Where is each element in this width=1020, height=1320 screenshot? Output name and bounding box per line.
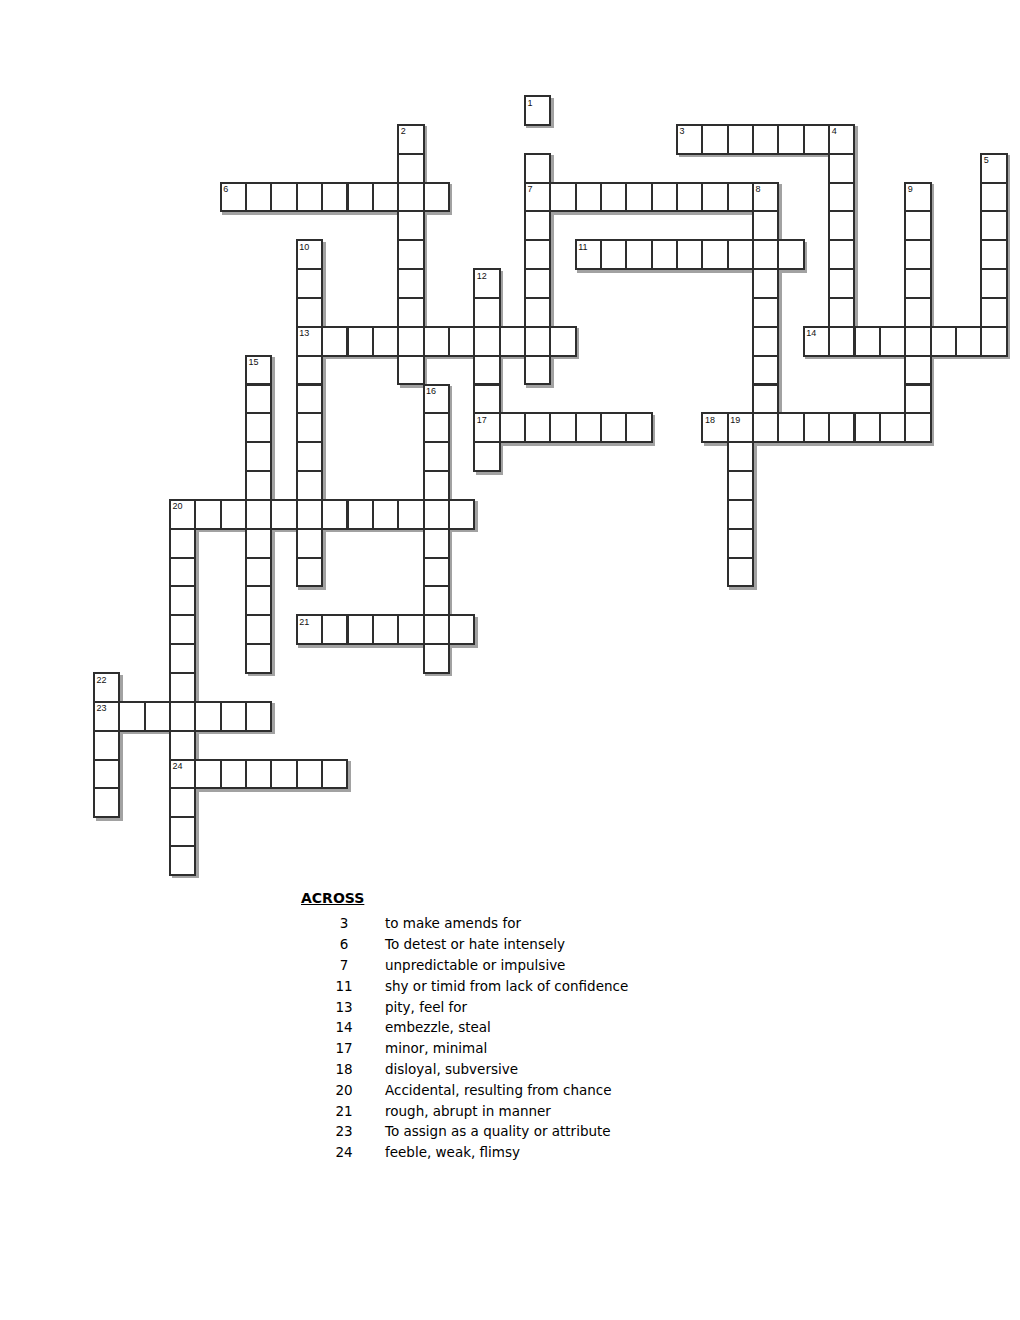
cell-number: 13 <box>299 329 309 338</box>
grid-cell <box>423 557 450 588</box>
cell-number: 24 <box>173 762 183 771</box>
grid-cell <box>955 326 982 357</box>
clue-row: 3to make amends for <box>301 913 628 934</box>
grid-cell <box>904 355 931 386</box>
grid-cell <box>397 297 424 328</box>
grid-cell <box>930 326 957 357</box>
grid-cell <box>752 297 779 328</box>
grid-cell <box>423 614 450 645</box>
cell-number: 14 <box>806 329 816 338</box>
grid-cell <box>549 326 576 357</box>
grid-cell <box>296 182 323 213</box>
grid-cell <box>904 412 931 443</box>
clue-text: pity, feel for <box>385 999 467 1015</box>
grid-cell <box>727 239 754 270</box>
grid-cell <box>397 355 424 386</box>
grid-cell <box>980 297 1007 328</box>
grid-cell <box>321 326 348 357</box>
grid-cell <box>473 441 500 472</box>
clue-text: embezzle, steal <box>385 1019 491 1035</box>
grid-cell <box>828 412 855 443</box>
grid-cell <box>828 268 855 299</box>
clue-list: 3to make amends for6To detest or hate in… <box>301 913 628 1163</box>
grid-cell <box>524 297 551 328</box>
clue-row: 21rough, abrupt in manner <box>301 1100 628 1121</box>
grid-cell <box>524 239 551 270</box>
grid-cell <box>296 470 323 501</box>
grid-cell <box>245 384 272 415</box>
grid-cell <box>473 297 500 328</box>
grid-cell <box>600 412 627 443</box>
grid-cell <box>854 326 881 357</box>
cell-number: 19 <box>730 416 740 425</box>
worksheet-page: 123456789101112131415161718192021222324 … <box>0 0 1020 1320</box>
clue-row: 7unpredictable or impulsive <box>301 955 628 976</box>
grid-cell <box>777 124 804 155</box>
grid-cell <box>296 759 323 790</box>
grid-cell <box>423 412 450 443</box>
grid-cell <box>980 268 1007 299</box>
grid-cell <box>245 412 272 443</box>
grid-cell <box>169 672 196 703</box>
cell-number: 7 <box>527 185 532 194</box>
cell-number: 20 <box>173 502 183 511</box>
clue-number: 6 <box>334 936 354 952</box>
grid-cell <box>118 701 145 732</box>
clue-number: 7 <box>334 957 354 973</box>
grid-cell <box>245 557 272 588</box>
cell-number: 21 <box>299 618 309 627</box>
grid-cell <box>752 210 779 241</box>
grid-cell <box>676 182 703 213</box>
clue-number: 17 <box>334 1040 354 1056</box>
grid-cell <box>651 182 678 213</box>
grid-cell <box>904 239 931 270</box>
grid-cell <box>752 355 779 386</box>
grid-cell <box>220 759 247 790</box>
clue-number: 11 <box>334 978 354 994</box>
cell-number: 22 <box>97 676 107 685</box>
clue-number: 3 <box>334 915 354 931</box>
grid-cell <box>296 268 323 299</box>
grid-cell <box>524 326 551 357</box>
grid-cell <box>321 499 348 530</box>
grid-cell <box>397 210 424 241</box>
grid-cell <box>904 297 931 328</box>
grid-cell <box>347 182 374 213</box>
cell-number: 15 <box>249 358 259 367</box>
grid-cell <box>651 239 678 270</box>
grid-cell <box>980 182 1007 213</box>
grid-cell <box>270 759 297 790</box>
grid-cell <box>600 239 627 270</box>
grid-cell <box>270 182 297 213</box>
grid-cell <box>169 528 196 559</box>
grid-cell <box>904 210 931 241</box>
cell-number: 4 <box>832 127 837 136</box>
grid-cell <box>423 182 450 213</box>
grid-cell <box>245 585 272 616</box>
grid-cell <box>93 730 120 761</box>
grid-cell <box>980 210 1007 241</box>
grid-cell <box>372 499 399 530</box>
grid-cell <box>828 297 855 328</box>
across-heading: ACROSS <box>301 890 628 907</box>
clue-text: rough, abrupt in manner <box>385 1103 551 1119</box>
grid-cell <box>397 153 424 184</box>
clue-number: 18 <box>334 1061 354 1077</box>
clue-row: 13pity, feel for <box>301 996 628 1017</box>
grid-cell <box>524 412 551 443</box>
grid-cell <box>448 499 475 530</box>
grid-cell <box>549 412 576 443</box>
cell-number: 2 <box>401 127 406 136</box>
grid-cell <box>372 182 399 213</box>
grid-cell <box>93 759 120 790</box>
grid-cell <box>347 499 374 530</box>
grid-cell <box>803 124 830 155</box>
grid-cell <box>752 239 779 270</box>
grid-cell <box>904 326 931 357</box>
grid-cell <box>701 182 728 213</box>
clue-number: 14 <box>334 1019 354 1035</box>
cell-number: 11 <box>578 243 587 252</box>
clue-row: 24feeble, weak, flimsy <box>301 1142 628 1163</box>
grid-cell <box>397 614 424 645</box>
grid-cell <box>524 268 551 299</box>
grid-cell <box>625 182 652 213</box>
grid-cell <box>169 730 196 761</box>
grid-cell <box>169 643 196 674</box>
grid-cell <box>524 210 551 241</box>
grid-cell <box>828 153 855 184</box>
grid-cell <box>372 326 399 357</box>
cell-number: 1 <box>527 99 532 108</box>
grid-cell <box>727 124 754 155</box>
grid-cell <box>347 326 374 357</box>
grid-cell <box>144 701 171 732</box>
grid-cell <box>600 182 627 213</box>
across-clues-section: ACROSS 3to make amends for6To detest or … <box>301 890 628 1163</box>
grid-cell <box>625 239 652 270</box>
grid-cell <box>980 326 1007 357</box>
grid-cell <box>854 412 881 443</box>
grid-cell <box>625 412 652 443</box>
cell-number: 23 <box>97 704 107 713</box>
clue-text: to make amends for <box>385 915 521 931</box>
grid-cell <box>676 239 703 270</box>
grid-cell <box>575 182 602 213</box>
grid-cell <box>169 701 196 732</box>
grid-cell <box>727 528 754 559</box>
grid-cell <box>397 326 424 357</box>
grid-cell <box>321 182 348 213</box>
grid-cell <box>448 614 475 645</box>
clue-text: disloyal, subversive <box>385 1061 518 1077</box>
grid-cell <box>752 384 779 415</box>
grid-cell <box>701 239 728 270</box>
grid-cell <box>448 326 475 357</box>
cell-number: 18 <box>705 416 715 425</box>
grid-cell <box>727 499 754 530</box>
grid-cell <box>245 701 272 732</box>
grid-cell <box>499 326 526 357</box>
grid-cell <box>904 268 931 299</box>
grid-cell <box>397 239 424 270</box>
grid-cell <box>473 355 500 386</box>
grid-cell <box>803 412 830 443</box>
clue-text: shy or timid from lack of confidence <box>385 978 628 994</box>
cell-number: 9 <box>908 185 913 194</box>
grid-cell <box>524 355 551 386</box>
grid-cell <box>727 470 754 501</box>
grid-cell <box>397 499 424 530</box>
cell-number: 8 <box>756 185 761 194</box>
grid-cell <box>549 182 576 213</box>
cell-number: 6 <box>223 185 228 194</box>
clue-number: 23 <box>334 1123 354 1139</box>
cell-number: 12 <box>477 272 487 281</box>
grid-cell <box>169 614 196 645</box>
grid-cell <box>169 845 196 876</box>
grid-cell <box>296 412 323 443</box>
grid-cell <box>828 210 855 241</box>
grid-cell <box>296 557 323 588</box>
grid-cell <box>752 268 779 299</box>
grid-cell <box>296 384 323 415</box>
grid-cell <box>245 614 272 645</box>
grid-cell <box>423 528 450 559</box>
grid-cell <box>321 759 348 790</box>
grid-cell <box>423 470 450 501</box>
grid-cell <box>423 643 450 674</box>
clue-row: 14embezzle, steal <box>301 1017 628 1038</box>
clue-number: 20 <box>334 1082 354 1098</box>
grid-cell <box>904 384 931 415</box>
cell-number: 17 <box>477 416 487 425</box>
grid-cell <box>423 585 450 616</box>
grid-cell <box>701 124 728 155</box>
clue-number: 24 <box>334 1144 354 1160</box>
grid-cell <box>879 412 906 443</box>
clue-row: 18disloyal, subversive <box>301 1059 628 1080</box>
grid-cell <box>473 384 500 415</box>
cell-number: 10 <box>299 243 309 252</box>
clue-text: To detest or hate intensely <box>385 936 565 952</box>
grid-cell <box>727 182 754 213</box>
grid-cell <box>245 759 272 790</box>
crossword-grid: 123456789101112131415161718192021222324 <box>0 0 1020 890</box>
grid-cell <box>752 124 779 155</box>
clue-text: minor, minimal <box>385 1040 487 1056</box>
cell-number: 16 <box>426 387 436 396</box>
grid-cell <box>828 182 855 213</box>
grid-cell <box>169 585 196 616</box>
grid-cell <box>296 499 323 530</box>
grid-cell <box>727 557 754 588</box>
grid-cell <box>828 326 855 357</box>
grid-cell <box>473 326 500 357</box>
grid-cell <box>169 787 196 818</box>
grid-cell <box>220 701 247 732</box>
clue-text: unpredictable or impulsive <box>385 957 565 973</box>
clue-row: 6To detest or hate intensely <box>301 934 628 955</box>
grid-cell <box>423 441 450 472</box>
grid-cell <box>777 412 804 443</box>
cell-number: 3 <box>680 127 685 136</box>
grid-cell <box>93 787 120 818</box>
grid-cell <box>980 239 1007 270</box>
grid-cell <box>194 499 221 530</box>
clue-number: 21 <box>334 1103 354 1119</box>
grid-cell <box>169 816 196 847</box>
grid-cell <box>296 297 323 328</box>
grid-cell <box>270 499 297 530</box>
grid-cell <box>245 470 272 501</box>
grid-cell <box>752 412 779 443</box>
grid-cell <box>372 614 399 645</box>
grid-cell <box>575 412 602 443</box>
grid-cell <box>296 441 323 472</box>
clue-text: feeble, weak, flimsy <box>385 1144 520 1160</box>
clue-text: To assign as a quality or attribute <box>385 1123 611 1139</box>
grid-cell <box>752 326 779 357</box>
grid-cell <box>499 412 526 443</box>
grid-cell <box>245 528 272 559</box>
grid-cell <box>245 643 272 674</box>
grid-cell <box>194 701 221 732</box>
grid-cell <box>245 499 272 530</box>
grid-cell <box>423 499 450 530</box>
clue-row: 17minor, minimal <box>301 1038 628 1059</box>
grid-cell <box>194 759 221 790</box>
grid-cell <box>397 268 424 299</box>
cell-number: 5 <box>984 156 989 165</box>
grid-cell <box>296 355 323 386</box>
grid-cell <box>879 326 906 357</box>
grid-cell <box>296 528 323 559</box>
clue-number: 13 <box>334 999 354 1015</box>
grid-cell <box>397 182 424 213</box>
clue-row: 20Accidental, resulting from chance <box>301 1079 628 1100</box>
grid-cell <box>220 499 247 530</box>
grid-cell <box>423 326 450 357</box>
grid-cell <box>245 441 272 472</box>
grid-cell <box>321 614 348 645</box>
grid-cell <box>828 239 855 270</box>
clue-row: 11shy or timid from lack of confidence <box>301 975 628 996</box>
grid-cell <box>777 239 804 270</box>
grid-cell <box>169 557 196 588</box>
grid-cell <box>245 182 272 213</box>
clue-row: 23To assign as a quality or attribute <box>301 1121 628 1142</box>
grid-cell <box>347 614 374 645</box>
grid-cell <box>727 441 754 472</box>
clue-text: Accidental, resulting from chance <box>385 1082 612 1098</box>
grid-cell <box>524 153 551 184</box>
